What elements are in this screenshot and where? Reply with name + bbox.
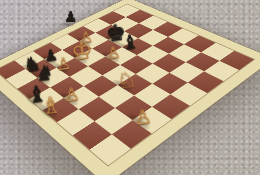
chess-photo-scene: ♚♝♙♙♔♘♟♙♙♞♞♙♝♗ ♟ (0, 0, 260, 175)
piece-captured-black-pawn[interactable]: ♟ (64, 10, 77, 25)
piece-white-bishop[interactable]: ♗ (36, 92, 65, 118)
board-grid: ♚♝♙♙♔♘♟♙♙♞♞♙♝♗ (0, 4, 254, 165)
piece-white-pawn-d5[interactable]: ♙ (101, 44, 125, 62)
square-h3[interactable]: ♙ (133, 107, 172, 134)
piece-white-knight[interactable]: ♘ (113, 68, 140, 93)
square-h8[interactable] (219, 51, 253, 70)
chess-board: ♚♝♙♙♔♘♟♙♙♞♞♙♝♗ (0, 0, 260, 175)
piece-white-pawn-h3[interactable]: ♙ (128, 106, 158, 129)
square-f8[interactable] (184, 35, 216, 52)
